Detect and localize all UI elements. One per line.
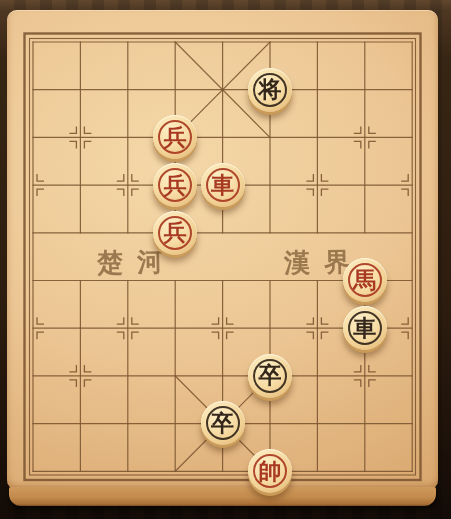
piece-char: 兵 [164, 173, 187, 196]
piece-black-general[interactable]: 将 [248, 68, 292, 112]
piece-char: 帥 [258, 459, 281, 482]
piece-black-chariot[interactable]: 車 [343, 306, 387, 350]
piece-black-soldier-1[interactable]: 卒 [248, 354, 292, 398]
piece-char: 将 [258, 77, 281, 100]
piece-char: 馬 [353, 268, 376, 291]
piece-char: 兵 [164, 125, 187, 148]
piece-red-chariot[interactable]: 車 [201, 163, 245, 207]
piece-char: 兵 [164, 220, 187, 243]
piece-red-general[interactable]: 帥 [248, 449, 292, 493]
piece-red-soldier-1[interactable]: 兵 [153, 115, 197, 159]
piece-red-soldier-3[interactable]: 兵 [153, 211, 197, 255]
piece-char: 車 [353, 316, 376, 339]
piece-black-soldier-2[interactable]: 卒 [201, 401, 245, 445]
piece-char: 車 [211, 173, 234, 196]
pieces-layer: 将兵兵車兵馬車卒卒帥 [9, 18, 436, 495]
piece-red-soldier-2[interactable]: 兵 [153, 163, 197, 207]
piece-char: 卒 [258, 363, 281, 386]
piece-char: 卒 [211, 411, 234, 434]
piece-red-horse[interactable]: 馬 [343, 258, 387, 302]
xiangqi-app: 楚河 漢界 将兵兵車兵馬車卒卒帥 [0, 0, 451, 519]
